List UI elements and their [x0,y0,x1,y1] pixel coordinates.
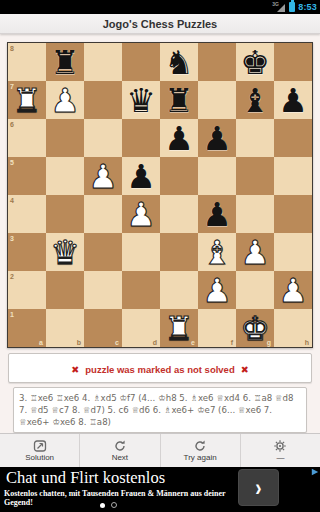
square-g8[interactable]: ♚ [236,43,274,81]
rank-label-6: 6 [10,121,14,128]
square-d8[interactable] [122,43,160,81]
rank-label-3: 3 [10,235,14,242]
square-a1[interactable]: 1a [8,309,46,347]
square-c7[interactable] [84,81,122,119]
status-message-text: puzzle was marked as not solved [85,364,234,375]
square-a8[interactable]: 8 [8,43,46,81]
page-title: Jogo's Chess Puzzles [103,18,218,30]
square-a6[interactable]: 6 [8,119,46,157]
square-h7[interactable]: ♟ [274,81,312,119]
rank-label-2: 2 [10,273,14,280]
white-pawn-g3[interactable]: ♟ [236,233,274,271]
square-h1[interactable]: h [274,309,312,347]
file-label-e: e [191,339,195,346]
white-pawn-b7[interactable]: ♟ [46,81,84,119]
square-f2[interactable]: ♟ [198,271,236,309]
not-solved-x-icon: ✖ [71,364,79,375]
square-g7[interactable]: ♝ [236,81,274,119]
rank-label-4: 4 [10,197,14,204]
square-c6[interactable] [84,119,122,157]
ad-dot-1[interactable] [100,503,105,508]
square-b7[interactable]: ♟ [46,81,84,119]
file-label-d: d [153,339,157,346]
square-d4[interactable]: ♟ [122,195,160,233]
signal-icon: 3G [272,2,285,12]
ad-dot-2[interactable] [111,502,117,508]
status-message-box: ✖puzzle was marked as not solved✖ [8,353,312,383]
toolbar-button-solution[interactable]: Solution [0,434,80,467]
square-b8[interactable]: ♜ [46,43,84,81]
square-f3[interactable]: ♝ [198,233,236,271]
square-e7[interactable]: ♜ [160,81,198,119]
black-queen-d7[interactable]: ♛ [122,81,160,119]
toolbar-button-label: Solution [25,454,54,462]
square-c2[interactable] [84,271,122,309]
ad-banner[interactable]: Chat und Flirt kostenlos Kostenlos chatt… [0,467,320,511]
square-d5[interactable]: ♟ [122,157,160,195]
file-label-b: b [77,339,81,346]
square-a3[interactable]: 3 [8,233,46,271]
square-e2[interactable] [160,271,198,309]
chevron-right-icon: › [255,475,261,500]
gear-icon [273,439,287,453]
square-b2[interactable] [46,271,84,309]
square-e5[interactable] [160,157,198,195]
black-rook-b8[interactable]: ♜ [46,43,84,81]
rank-label-8: 8 [10,45,14,52]
black-knight-e8[interactable]: ♞ [160,43,198,81]
square-g1[interactable]: g♚ [236,309,274,347]
white-queen-b3[interactable]: ♛ [46,233,84,271]
redo-icon [113,439,127,453]
move-list-text: 3. ♖xe6 ♖xe6 4. ♗xd5 ♔f7 (4... ♔h8 5. ♗x… [19,392,301,428]
square-d6[interactable] [122,119,160,157]
square-a2[interactable]: 2 [8,271,46,309]
title-bar: Jogo's Chess Puzzles [0,14,320,34]
square-a4[interactable]: 4 [8,195,46,233]
redo-icon [193,439,207,453]
black-pawn-f4[interactable]: ♟ [198,195,236,233]
rank-label-1: 1 [10,311,14,318]
rank-label-7: 7 [10,83,14,90]
adchoices-icon[interactable] [311,468,319,476]
square-e6[interactable]: ♟ [160,119,198,157]
square-h3[interactable] [274,233,312,271]
square-g6[interactable] [236,119,274,157]
ad-next-button[interactable]: › [238,469,279,506]
square-c3[interactable] [84,233,122,271]
black-pawn-e6[interactable]: ♟ [160,119,198,157]
square-a5[interactable]: 5 [8,157,46,195]
square-f5[interactable] [198,157,236,195]
square-b5[interactable] [46,157,84,195]
square-f6[interactable]: ♟ [198,119,236,157]
square-c5[interactable]: ♟ [84,157,122,195]
move-list-box: 3. ♖xe6 ♖xe6 4. ♗xd5 ♔f7 (4... ♔h8 5. ♗x… [13,387,307,433]
file-label-f: f [231,339,233,346]
square-g5[interactable] [236,157,274,195]
square-h4[interactable] [274,195,312,233]
content-area: 8♜♞♚7♜♟♛♜♝♟6♟♟5♟♟4♟♟3♛♝♟2♟♟1abcde♜fg♚h ✖… [0,34,320,433]
not-solved-x-icon: ✖ [241,364,249,375]
white-pawn-d4[interactable]: ♟ [122,195,160,233]
square-c4[interactable] [84,195,122,233]
ad-title[interactable]: Chat und Flirt kostenlos [6,468,165,488]
toolbar-button-[interactable]: — [241,434,320,467]
rank-label-5: 5 [10,159,14,166]
square-h5[interactable] [274,157,312,195]
square-c1[interactable]: c [84,309,122,347]
black-bishop-g7[interactable]: ♝ [236,81,274,119]
toolbar-button-try-again[interactable]: Try again [161,434,241,467]
square-e1[interactable]: e♜ [160,309,198,347]
square-f7[interactable] [198,81,236,119]
square-f1[interactable]: f [198,309,236,347]
square-h6[interactable] [274,119,312,157]
square-d1[interactable]: d [122,309,160,347]
square-g2[interactable] [236,271,274,309]
toolbar-button-next[interactable]: Next [80,434,160,467]
square-f4[interactable]: ♟ [198,195,236,233]
square-b3[interactable]: ♛ [46,233,84,271]
black-rook-e7[interactable]: ♜ [160,81,198,119]
square-d2[interactable] [122,271,160,309]
square-b6[interactable] [46,119,84,157]
white-bishop-f3[interactable]: ♝ [198,233,236,271]
app-screen: 3G 8:53 Jogo's Chess Puzzles 8♜♞♚7♜♟♛♜♝♟… [0,0,320,512]
file-label-c: c [115,339,119,346]
black-pawn-h7[interactable]: ♟ [274,81,312,119]
square-d7[interactable]: ♛ [122,81,160,119]
white-pawn-h2[interactable]: ♟ [274,271,312,309]
file-label-g: g [267,339,271,346]
square-f8[interactable] [198,43,236,81]
black-king-g8[interactable]: ♚ [236,43,274,81]
toolbar-button-label: — [276,454,284,462]
chess-board[interactable]: 8♜♞♚7♜♟♛♜♝♟6♟♟5♟♟4♟♟3♛♝♟2♟♟1abcde♜fg♚h [7,42,313,348]
square-c8[interactable] [84,43,122,81]
status-clock: 8:53 [298,2,317,12]
file-label-h: h [305,339,309,346]
toolbar-button-label: Next [112,454,128,462]
toolbar: SolutionNextTry again— [0,433,320,467]
black-pawn-f6[interactable]: ♟ [198,119,236,157]
solution-icon [33,439,47,453]
ad-subtitle: Kostenlos chatten, mit Tausenden Frauen … [4,489,234,507]
file-label-a: a [39,339,43,346]
square-h8[interactable] [274,43,312,81]
square-e8[interactable]: ♞ [160,43,198,81]
square-b1[interactable]: b [46,309,84,347]
square-a7[interactable]: 7♜ [8,81,46,119]
white-pawn-c5[interactable]: ♟ [84,157,122,195]
square-e4[interactable] [160,195,198,233]
white-pawn-f2[interactable]: ♟ [198,271,236,309]
square-g3[interactable]: ♟ [236,233,274,271]
square-h2[interactable]: ♟ [274,271,312,309]
square-g4[interactable] [236,195,274,233]
ad-page-dots [100,502,117,508]
battery-icon [289,2,295,12]
status-bar: 3G 8:53 [0,0,320,14]
square-d3[interactable] [122,233,160,271]
square-e3[interactable] [160,233,198,271]
black-pawn-d5[interactable]: ♟ [122,157,160,195]
square-b4[interactable] [46,195,84,233]
toolbar-button-label: Try again [184,454,217,462]
